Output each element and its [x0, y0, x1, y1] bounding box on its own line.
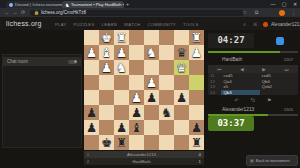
square-e1[interactable] [129, 30, 144, 45]
square-d3[interactable] [144, 60, 159, 75]
last-move-icon[interactable]: ⏭ [285, 67, 289, 72]
player-name: Alexander1213 [208, 107, 284, 112]
black-pawn-piece[interactable]: ♟ [84, 120, 99, 135]
move-list: 11 cxd5 cxd5 12 Qa4 Qb6 13 e5 Qxb2 14 Qb… [208, 73, 298, 95]
square-b5[interactable]: ♟ [174, 90, 189, 105]
chat-panel: Chat room [2, 54, 82, 148]
opponent-clock: 04:27 [208, 33, 254, 48]
browser-tab-discord[interactable]: Discord | #chess-tournament [6, 1, 64, 8]
white-queen-piece[interactable]: ♛ [174, 60, 189, 75]
white-pawn-piece[interactable]: ♟ [84, 45, 99, 60]
challenges-swords-icon[interactable]: ⚔ [253, 21, 258, 28]
square-c6[interactable]: ♞ [159, 105, 174, 120]
white-knight-piece[interactable]: ♞ [114, 60, 129, 75]
tournament-info-button[interactable] [276, 37, 284, 45]
white-rook-piece[interactable]: ♜ [114, 30, 129, 45]
progress-remainder [280, 51, 298, 53]
square-g8[interactable]: ♚ [99, 135, 114, 150]
square-c2[interactable] [159, 45, 174, 60]
takeback-icon[interactable]: ↶ [235, 97, 239, 103]
square-f7[interactable]: ♟ [114, 120, 129, 135]
black-pawn-piece[interactable]: ♟ [129, 105, 144, 120]
lock-icon: 🔒 [34, 10, 39, 15]
square-a1[interactable]: ♜ [189, 30, 204, 45]
standing-rank: 1 [84, 152, 92, 157]
square-h4[interactable] [84, 75, 99, 90]
draw-offer-icon[interactable]: ½ [251, 97, 255, 103]
square-f5[interactable] [114, 90, 129, 105]
site-header: lichess.org PLAY PUZZLES LEARN WATCH COM… [0, 17, 300, 30]
player-rating: 1505 [284, 107, 298, 112]
white-bishop-piece[interactable]: ♝ [99, 45, 114, 60]
square-c8[interactable] [159, 135, 174, 150]
square-h2[interactable]: ♟ [84, 45, 99, 60]
square-d8[interactable] [144, 135, 159, 150]
standing-score: 4 [191, 152, 204, 157]
square-b8[interactable] [174, 135, 189, 150]
square-e3[interactable] [129, 60, 144, 75]
square-h3[interactable] [84, 60, 99, 75]
nav-learn[interactable]: LEARN [102, 22, 117, 27]
white-king-piece[interactable]: ♚ [99, 30, 114, 45]
white-pawn-piece[interactable]: ♟ [99, 60, 114, 75]
square-c1[interactable] [159, 30, 174, 45]
square-e8[interactable] [129, 135, 144, 150]
player-clock-running: 03:37 [208, 116, 254, 131]
nav-puzzles[interactable]: PUZZLES [74, 22, 95, 27]
square-e2[interactable] [129, 45, 144, 60]
lichess-logo[interactable]: lichess.org [6, 20, 42, 27]
opponent-name: HardBath [208, 57, 284, 62]
move-nav-controls: ⏮ ◀ ▶ ⏭ [208, 65, 298, 73]
game-action-buttons: ↶ ½ ⚑ [208, 95, 298, 104]
square-c4[interactable] [159, 75, 174, 90]
tab-title: Discord | #chess-tournament [15, 2, 64, 7]
forward-button[interactable]: → [11, 8, 19, 17]
nav-play[interactable]: PLAY [55, 22, 67, 27]
square-b4[interactable] [174, 75, 189, 90]
square-f2[interactable]: ♟ [114, 45, 129, 60]
chess-board: ♚♜♜♟♝♟♞♛♟♟♞♛♟♟♟♟♟♟♞♟♟♝♟♚♜♜ [84, 30, 204, 150]
square-c5[interactable] [159, 90, 174, 105]
square-d1[interactable] [144, 30, 159, 45]
nav-tools[interactable]: TOOLS [183, 22, 199, 27]
square-g3[interactable]: ♟ [99, 60, 114, 75]
back-button[interactable]: ← [3, 8, 11, 17]
new-tab-button[interactable]: + [124, 1, 131, 8]
standing-player-name: Alexander1213 [92, 152, 191, 157]
square-e5[interactable]: ♟ [129, 90, 144, 105]
tournament-progress-bar-top [208, 51, 298, 53]
square-c7[interactable] [159, 120, 174, 135]
square-f6[interactable] [114, 105, 129, 120]
opponent-rating: 1207 [284, 57, 298, 62]
minimize-button[interactable]: — [268, 0, 278, 8]
black-pawn-piece[interactable]: ♟ [114, 120, 129, 135]
white-pawn-piece[interactable]: ♟ [144, 75, 159, 90]
square-a5[interactable] [189, 90, 204, 105]
black-king-piece[interactable]: ♚ [99, 135, 114, 150]
browser-tabstrip: Discord | #chess-tournament ♞ Tournament… [0, 0, 300, 8]
notification-bell-icon[interactable] [263, 22, 268, 27]
square-b7[interactable] [174, 120, 189, 135]
resign-flag-icon[interactable]: ⚑ [267, 97, 271, 103]
next-move-icon[interactable]: ▶ [262, 67, 265, 72]
square-c3[interactable] [159, 60, 174, 75]
address-url: lichess.org/CmxHkTz8 [41, 10, 86, 15]
white-pawn-piece[interactable]: ♟ [189, 45, 204, 60]
black-pawn-piece[interactable]: ♟ [84, 105, 99, 120]
square-b1[interactable] [174, 30, 189, 45]
chat-header: Chat room [3, 57, 81, 66]
black-rook-piece[interactable]: ♜ [189, 135, 204, 150]
square-a2[interactable]: ♟ [189, 45, 204, 60]
square-e7[interactable]: ♝ [129, 120, 144, 135]
bookmark-star-icon[interactable]: ☆ [240, 8, 249, 17]
square-h7[interactable]: ♟ [84, 120, 99, 135]
black-rook-piece[interactable]: ♜ [114, 135, 129, 150]
black-knight-piece[interactable]: ♞ [159, 105, 174, 120]
first-move-icon[interactable]: ⏮ [217, 67, 221, 72]
maximize-button[interactable]: ▢ [279, 0, 289, 8]
square-d5[interactable]: ♟ [144, 90, 159, 105]
player-row[interactable]: Alexander1213 1505 [208, 104, 298, 114]
black-queen-piece[interactable]: ♛ [174, 45, 189, 60]
square-g5[interactable] [99, 90, 114, 105]
square-e6[interactable]: ♟ [129, 105, 144, 120]
black-bishop-piece[interactable]: ♝ [129, 120, 144, 135]
square-d2[interactable]: ♞ [144, 45, 159, 60]
square-b6[interactable] [174, 105, 189, 120]
white-knight-piece[interactable]: ♞ [144, 45, 159, 60]
extensions-icon[interactable]: ⧉ [252, 8, 261, 17]
chat-title: Chat room [3, 59, 68, 64]
main-nav: PLAY PUZZLES LEARN WATCH COMMUNITY TOOLS [55, 22, 199, 27]
square-e4[interactable] [129, 75, 144, 90]
nav-community[interactable]: COMMUNITY [147, 22, 176, 27]
square-b3[interactable]: ♛ [174, 60, 189, 75]
close-button[interactable]: ✕ [290, 0, 300, 8]
header-username[interactable]: Alexander1213 [271, 22, 300, 27]
black-pawn-piece[interactable]: ♟ [189, 120, 204, 135]
square-d4[interactable]: ♟ [144, 75, 159, 90]
square-h8[interactable] [84, 135, 99, 150]
chat-toggle[interactable] [68, 60, 77, 64]
square-a6[interactable] [189, 105, 204, 120]
standing-player-name: HardBath [92, 159, 191, 164]
square-a4[interactable] [189, 75, 204, 90]
square-h1[interactable] [84, 30, 99, 45]
standing-row-1[interactable]: 1 Alexander1213 4 [84, 151, 204, 158]
toast-icon: ▦ [250, 158, 254, 163]
square-a3[interactable] [189, 60, 204, 75]
square-d7[interactable] [144, 120, 159, 135]
tab-title: Tournament • Play HardBath • li [71, 2, 124, 7]
back-to-tournament-toast[interactable]: ▦ Back to tournament [246, 155, 298, 166]
square-d6[interactable] [144, 105, 159, 120]
nav-watch[interactable]: WATCH [124, 22, 140, 27]
browser-tab-lichess[interactable]: ♞ Tournament • Play HardBath • li [62, 1, 124, 8]
chat-toggle-knob [74, 60, 77, 63]
square-g2[interactable]: ♝ [99, 45, 114, 60]
square-b2[interactable]: ♛ [174, 45, 189, 60]
square-g7[interactable] [99, 120, 114, 135]
square-f4[interactable] [114, 75, 129, 90]
white-rook-piece[interactable]: ♜ [189, 30, 204, 45]
browser-profile-avatar[interactable] [279, 10, 285, 16]
square-f3[interactable]: ♞ [114, 60, 129, 75]
standing-score: 1 [191, 159, 204, 164]
browser-menu-kebab-icon[interactable]: ⋮ [289, 8, 298, 17]
standing-row-2[interactable]: 2 HardBath 1 [84, 158, 204, 165]
black-pawn-piece[interactable]: ♟ [144, 90, 159, 105]
square-g1[interactable]: ♚ [99, 30, 114, 45]
opponent-row[interactable]: HardBath 1207 [208, 54, 298, 64]
reload-button[interactable]: ⟳ [19, 8, 27, 17]
standing-rank: 2 [84, 159, 92, 164]
white-pawn-piece[interactable]: ♟ [114, 45, 129, 60]
square-a8[interactable]: ♜ [189, 135, 204, 150]
square-h5[interactable] [84, 90, 99, 105]
prev-move-icon[interactable]: ◀ [240, 67, 243, 72]
square-a7[interactable]: ♟ [189, 120, 204, 135]
black-pawn-piece[interactable]: ♟ [174, 90, 189, 105]
square-g6[interactable] [99, 105, 114, 120]
square-g4[interactable] [99, 75, 114, 90]
progress-remainder [268, 114, 298, 116]
toast-text: Back to tournament [256, 158, 290, 163]
square-h6[interactable]: ♟ [84, 105, 99, 120]
tab-favicon [9, 3, 13, 7]
lichess-favicon-icon: ♞ [65, 3, 69, 7]
screen: Discord | #chess-tournament ♞ Tournament… [0, 0, 300, 168]
search-icon[interactable]: ⌕ [243, 21, 246, 28]
square-f8[interactable]: ♜ [114, 135, 129, 150]
square-f1[interactable]: ♜ [114, 30, 129, 45]
white-pawn-piece[interactable]: ♟ [129, 90, 144, 105]
address-bar[interactable]: 🔒 lichess.org/CmxHkTz8 [30, 10, 244, 16]
